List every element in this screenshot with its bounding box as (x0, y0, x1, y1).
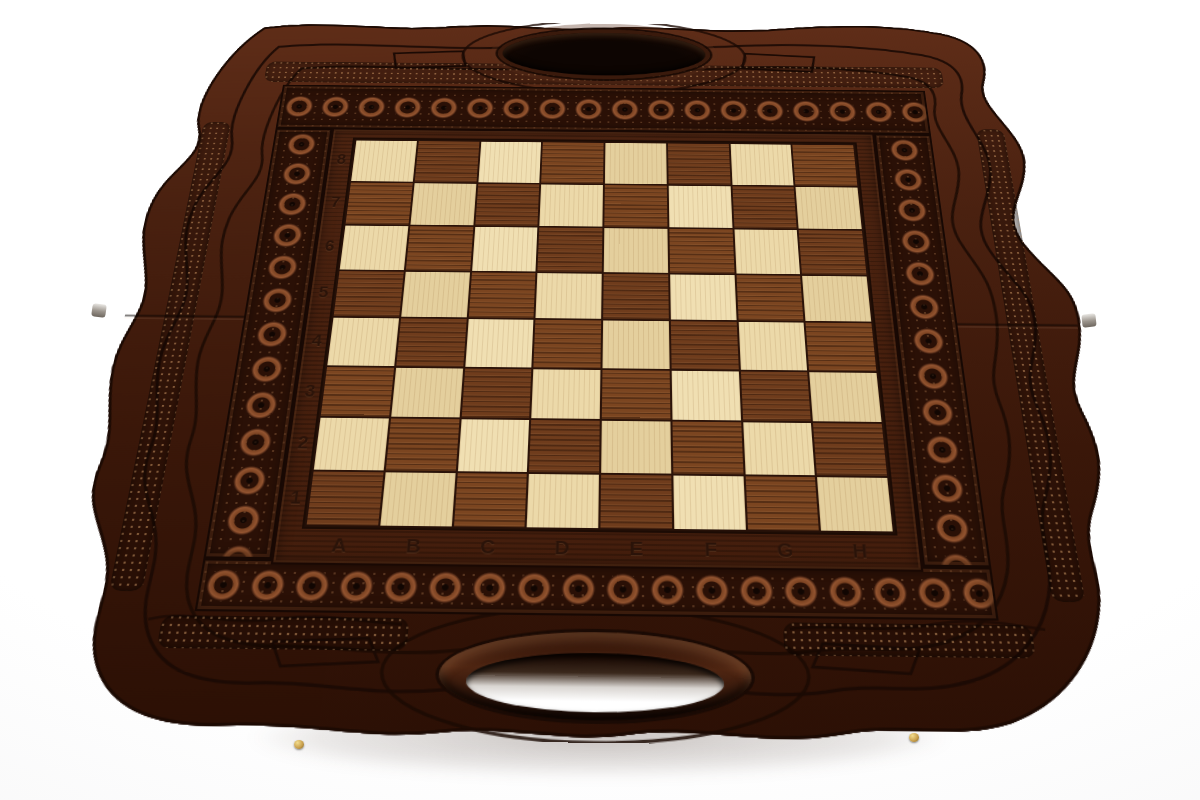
board-squares (304, 139, 895, 533)
square-f3 (671, 370, 740, 420)
file-label-h: H (821, 536, 898, 568)
square-h8 (793, 145, 858, 186)
square-c4 (465, 319, 534, 367)
square-a1 (307, 471, 384, 526)
square-c3 (461, 368, 531, 418)
file-labels: ABCDEFGH (300, 530, 899, 568)
square-c1 (453, 473, 527, 528)
square-g6 (734, 229, 800, 273)
square-g8 (730, 144, 794, 185)
square-h2 (813, 423, 887, 475)
square-f8 (668, 144, 730, 185)
square-a6 (340, 226, 408, 270)
hinge-pin-left-icon (91, 303, 107, 318)
file-label-f: F (673, 534, 748, 566)
square-b8 (415, 141, 479, 182)
file-label-g: G (747, 535, 823, 567)
square-c7 (475, 183, 540, 225)
square-a3 (321, 367, 394, 417)
square-e3 (602, 370, 670, 420)
square-a2 (314, 418, 389, 470)
square-e1 (600, 474, 671, 529)
square-e6 (604, 228, 668, 272)
square-c2 (457, 419, 529, 471)
square-c5 (468, 272, 535, 318)
square-d4 (534, 320, 601, 368)
square-b6 (406, 226, 473, 270)
square-a8 (351, 141, 417, 182)
square-d3 (531, 369, 600, 419)
square-h4 (806, 323, 877, 371)
square-h5 (802, 275, 871, 321)
square-g2 (743, 422, 815, 474)
square-d5 (536, 273, 602, 319)
square-e5 (603, 273, 668, 319)
square-h7 (796, 187, 862, 230)
square-a7 (346, 182, 413, 224)
stipple-band-bottom-right (783, 622, 1036, 658)
square-d8 (541, 142, 603, 183)
square-c8 (478, 142, 541, 183)
square-e4 (602, 320, 669, 368)
brass-foot-left-icon (294, 740, 304, 749)
square-f7 (668, 185, 732, 228)
square-h3 (809, 372, 881, 422)
square-g1 (745, 476, 819, 531)
square-g5 (736, 275, 804, 321)
square-a5 (334, 271, 404, 317)
square-b5 (401, 271, 470, 317)
square-b2 (386, 418, 459, 470)
square-b7 (410, 183, 476, 225)
square-d2 (529, 420, 599, 472)
square-a4 (327, 318, 398, 366)
square-f5 (670, 274, 736, 320)
square-d6 (538, 228, 603, 272)
stipple-band-bottom-left (157, 615, 410, 651)
square-d1 (527, 473, 599, 528)
square-e7 (604, 185, 667, 228)
square-e2 (601, 421, 671, 473)
file-label-b: B (375, 531, 452, 563)
square-h1 (817, 477, 893, 532)
square-b4 (396, 318, 466, 366)
square-g7 (732, 186, 797, 229)
chess-case: 87654321 ABCDEFGH (19, 20, 1173, 750)
square-c6 (472, 227, 538, 271)
square-f1 (673, 475, 745, 530)
square-h6 (799, 230, 867, 274)
square-d7 (540, 184, 603, 226)
file-label-d: D (524, 532, 599, 564)
square-f2 (672, 422, 743, 474)
file-label-c: C (449, 531, 525, 563)
braid-border-top (276, 85, 931, 135)
file-label-e: E (599, 533, 674, 565)
square-b3 (391, 367, 463, 417)
square-f4 (671, 321, 739, 369)
square-g4 (738, 322, 807, 370)
square-g3 (740, 371, 811, 421)
file-label-a: A (300, 530, 378, 562)
square-b1 (380, 472, 455, 527)
brass-foot-right-icon (909, 733, 919, 742)
photo-scene: 87654321 ABCDEFGH (0, 0, 1200, 800)
square-e8 (605, 143, 667, 184)
square-f6 (669, 229, 734, 273)
board-frame: 87654321 ABCDEFGH (271, 128, 924, 572)
